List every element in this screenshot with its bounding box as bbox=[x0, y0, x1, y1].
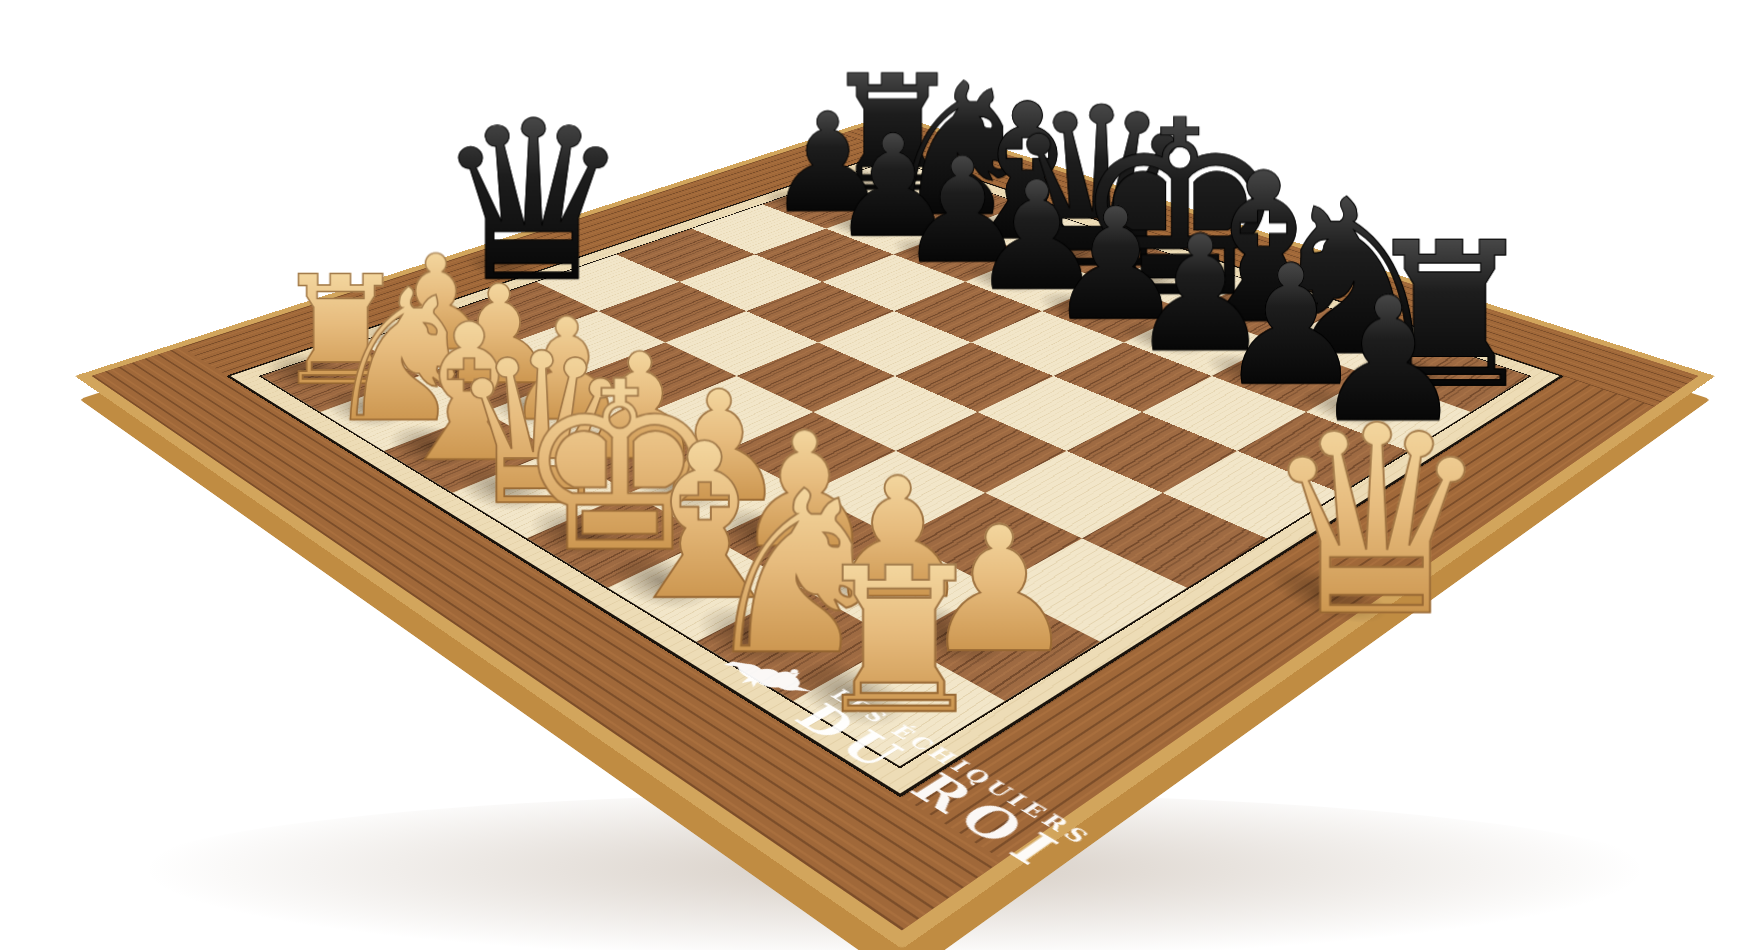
board-frame: ♜♞♝♛♚♝♞♜♟♟♟♟♟♟♟♟♟♟♟♟♟♟♟♟♜♞♝♛♚♝♞♜ LES ÉCH… bbox=[92, 118, 1699, 931]
piece-shadow bbox=[812, 161, 914, 197]
square-d7[interactable]: ♟ bbox=[965, 254, 1108, 311]
square-d5[interactable] bbox=[818, 311, 971, 376]
scene: ♜♞♝♛♚♝♞♜♟♟♟♟♟♟♟♟♟♟♟♟♟♟♟♟♜♞♝♛♚♝♞♜ LES ÉCH… bbox=[0, 0, 1752, 950]
square-c8[interactable]: ♝ bbox=[960, 204, 1094, 254]
extra-white-queen[interactable]: ♛ bbox=[1168, 392, 1586, 653]
piece-shadow bbox=[875, 183, 981, 221]
square-b6[interactable] bbox=[755, 229, 894, 282]
piece-shadow bbox=[874, 230, 986, 273]
piece-black-pawn-a7[interactable]: ♟ bbox=[689, 95, 965, 232]
piece-black-pawn-b7[interactable]: ♟ bbox=[751, 116, 1036, 257]
square-e6[interactable] bbox=[971, 311, 1124, 376]
square-b7[interactable]: ♟ bbox=[826, 204, 960, 254]
square-d6[interactable] bbox=[894, 282, 1042, 343]
piece-shadow bbox=[941, 206, 1051, 246]
piece-shadow bbox=[1011, 230, 1125, 273]
square-c6[interactable] bbox=[822, 254, 965, 311]
piece-black-pawn-c7[interactable]: ♟ bbox=[816, 138, 1110, 283]
square-a7[interactable]: ♟ bbox=[763, 182, 893, 229]
piece-black-bishop-c8[interactable]: ♝ bbox=[885, 78, 1170, 266]
piece-shadow bbox=[808, 206, 916, 246]
piece-black-knight-b8[interactable]: ♞ bbox=[820, 58, 1096, 241]
square-c7[interactable]: ♟ bbox=[893, 229, 1032, 282]
piece-shadow bbox=[746, 183, 850, 221]
square-a8[interactable]: ♜ bbox=[829, 160, 956, 204]
chess-board: ♜♞♝♛♚♝♞♜♟♟♟♟♟♟♟♟♟♟♟♟♟♟♟♟♜♞♝♛♚♝♞♜ LES ÉCH… bbox=[75, 114, 1715, 949]
square-e5[interactable] bbox=[895, 342, 1053, 412]
square-b8[interactable]: ♞ bbox=[893, 182, 1023, 229]
piece-shadow bbox=[945, 256, 1062, 302]
piece-black-rook-a8[interactable]: ♜ bbox=[758, 54, 1027, 214]
square-a6[interactable] bbox=[692, 204, 826, 254]
